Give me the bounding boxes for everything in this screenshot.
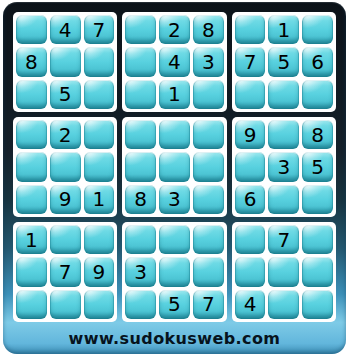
cell-r6c2[interactable]: 9 — [50, 185, 81, 214]
cell-r2c8[interactable]: 5 — [268, 47, 299, 76]
cell-r6c4[interactable]: 8 — [125, 185, 156, 214]
cell-r3c3[interactable] — [84, 80, 115, 109]
cell-r7c8[interactable]: 7 — [268, 225, 299, 254]
cell-r2c3[interactable] — [84, 47, 115, 76]
cell-r2c2[interactable] — [50, 47, 81, 76]
cell-r6c8[interactable] — [268, 185, 299, 214]
cell-r7c7[interactable] — [235, 225, 266, 254]
cell-r7c9[interactable] — [302, 225, 333, 254]
cell-r1c7[interactable] — [235, 15, 266, 44]
cell-r8c4[interactable]: 3 — [125, 257, 156, 286]
cell-r5c6[interactable] — [193, 152, 224, 181]
cell-r2c7[interactable]: 7 — [235, 47, 266, 76]
cell-r4c5[interactable] — [159, 120, 190, 149]
footer: www.sudokusweb.com — [13, 325, 336, 351]
cell-r3c9[interactable] — [302, 80, 333, 109]
cell-r6c6[interactable] — [193, 185, 224, 214]
cell-r3c6[interactable] — [193, 80, 224, 109]
cell-r7c2[interactable] — [50, 225, 81, 254]
cell-r8c7[interactable] — [235, 257, 266, 286]
cell-r9c6[interactable]: 7 — [193, 290, 224, 319]
cell-r9c1[interactable] — [16, 290, 47, 319]
cell-r1c4[interactable] — [125, 15, 156, 44]
cell-r9c2[interactable] — [50, 290, 81, 319]
cell-r3c5[interactable]: 1 — [159, 80, 190, 109]
cell-r8c2[interactable]: 7 — [50, 257, 81, 286]
cell-r7c1[interactable]: 1 — [16, 225, 47, 254]
cell-r7c3[interactable] — [84, 225, 115, 254]
cell-r4c4[interactable] — [125, 120, 156, 149]
cell-r5c4[interactable] — [125, 152, 156, 181]
cell-r3c2[interactable]: 5 — [50, 80, 81, 109]
cell-r4c7[interactable]: 9 — [235, 120, 266, 149]
cell-r5c3[interactable] — [84, 152, 115, 181]
cell-r1c8[interactable]: 1 — [268, 15, 299, 44]
cell-r2c6[interactable]: 3 — [193, 47, 224, 76]
cell-r7c5[interactable] — [159, 225, 190, 254]
cell-r3c8[interactable] — [268, 80, 299, 109]
box-3: 1756 — [232, 12, 336, 112]
cell-r1c1[interactable] — [16, 15, 47, 44]
sudoku-board: 4785284311756291839835617935774 — [13, 12, 336, 322]
cell-r1c2[interactable]: 4 — [50, 15, 81, 44]
cell-r1c6[interactable]: 8 — [193, 15, 224, 44]
cell-r3c1[interactable] — [16, 80, 47, 109]
cell-r2c9[interactable]: 6 — [302, 47, 333, 76]
cell-r8c5[interactable] — [159, 257, 190, 286]
cell-r7c6[interactable] — [193, 225, 224, 254]
cell-r6c3[interactable]: 1 — [84, 185, 115, 214]
cell-r9c8[interactable] — [268, 290, 299, 319]
box-4: 291 — [13, 117, 117, 217]
cell-r4c3[interactable] — [84, 120, 115, 149]
cell-r6c7[interactable]: 6 — [235, 185, 266, 214]
cell-r9c5[interactable]: 5 — [159, 290, 190, 319]
cell-r4c9[interactable]: 8 — [302, 120, 333, 149]
cell-r9c3[interactable] — [84, 290, 115, 319]
cell-r6c5[interactable]: 3 — [159, 185, 190, 214]
cell-r8c1[interactable] — [16, 257, 47, 286]
cell-r1c3[interactable]: 7 — [84, 15, 115, 44]
cell-r5c9[interactable]: 5 — [302, 152, 333, 181]
cell-r6c9[interactable] — [302, 185, 333, 214]
cell-r2c1[interactable]: 8 — [16, 47, 47, 76]
cell-r2c4[interactable] — [125, 47, 156, 76]
cell-r3c4[interactable] — [125, 80, 156, 109]
cell-r1c5[interactable]: 2 — [159, 15, 190, 44]
cell-r3c7[interactable] — [235, 80, 266, 109]
cell-r4c8[interactable] — [268, 120, 299, 149]
cell-r5c5[interactable] — [159, 152, 190, 181]
box-5: 83 — [122, 117, 226, 217]
box-8: 357 — [122, 222, 226, 322]
box-2: 28431 — [122, 12, 226, 112]
cell-r8c3[interactable]: 9 — [84, 257, 115, 286]
cell-r5c2[interactable] — [50, 152, 81, 181]
cell-r5c1[interactable] — [16, 152, 47, 181]
cell-r9c9[interactable] — [302, 290, 333, 319]
board-frame: 4785284311756291839835617935774 www.sudo… — [3, 2, 346, 354]
cell-r5c7[interactable] — [235, 152, 266, 181]
site-url[interactable]: www.sudokusweb.com — [69, 329, 281, 348]
cell-r9c7[interactable]: 4 — [235, 290, 266, 319]
cell-r6c1[interactable] — [16, 185, 47, 214]
box-6: 98356 — [232, 117, 336, 217]
cell-r1c9[interactable] — [302, 15, 333, 44]
cell-r7c4[interactable] — [125, 225, 156, 254]
cell-r4c6[interactable] — [193, 120, 224, 149]
cell-r4c2[interactable]: 2 — [50, 120, 81, 149]
cell-r5c8[interactable]: 3 — [268, 152, 299, 181]
box-7: 179 — [13, 222, 117, 322]
sudoku-puzzle-image: 4785284311756291839835617935774 www.sudo… — [0, 0, 350, 360]
cell-r8c6[interactable] — [193, 257, 224, 286]
cell-r9c4[interactable] — [125, 290, 156, 319]
box-9: 74 — [232, 222, 336, 322]
cell-r4c1[interactable] — [16, 120, 47, 149]
box-1: 4785 — [13, 12, 117, 112]
cell-r8c9[interactable] — [302, 257, 333, 286]
cell-r2c5[interactable]: 4 — [159, 47, 190, 76]
cell-r8c8[interactable] — [268, 257, 299, 286]
